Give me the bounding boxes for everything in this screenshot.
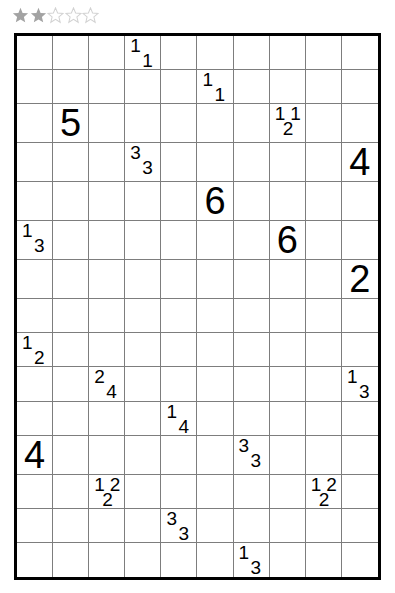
cell-r8c8[interactable]	[270, 299, 306, 333]
cell-r13c5[interactable]	[161, 475, 197, 509]
clue-digit: 1	[214, 85, 225, 105]
cell-r15c7[interactable]: 13	[234, 543, 270, 577]
clue-digit: 3	[251, 558, 262, 578]
cell-r1c4[interactable]: 11	[125, 36, 161, 70]
clue-digit: 2	[102, 490, 113, 510]
cell-r2c8[interactable]	[270, 70, 306, 104]
cell-r8c9[interactable]	[306, 299, 342, 333]
cell-r7c4[interactable]	[125, 260, 161, 299]
cell-r6c4[interactable]	[125, 221, 161, 260]
cell-r5c5[interactable]	[161, 182, 197, 221]
clue-digit: 4	[106, 382, 117, 402]
cell-r6c6[interactable]	[197, 221, 233, 260]
cell-r1c8[interactable]	[270, 36, 306, 70]
cell-r14c8[interactable]	[270, 509, 306, 543]
clue-digit: 6	[277, 221, 298, 259]
cell-r12c9[interactable]	[306, 436, 342, 475]
cell-r9c7[interactable]	[234, 333, 270, 367]
cell-r7c5[interactable]	[161, 260, 197, 299]
difficulty-rating	[12, 7, 100, 24]
cell-r4c1[interactable]	[17, 143, 53, 182]
cell-r7c1[interactable]	[17, 260, 53, 299]
cell-r14c3[interactable]	[89, 509, 125, 543]
cell-r1c6[interactable]	[197, 36, 233, 70]
star-empty-icon	[65, 7, 82, 24]
cell-r8c7[interactable]	[234, 299, 270, 333]
clue-digit: 3	[178, 524, 189, 544]
cell-r7c3[interactable]	[89, 260, 125, 299]
star-filled-icon	[12, 7, 29, 24]
cell-r14c7[interactable]	[234, 509, 270, 543]
cell-r14c9[interactable]	[306, 509, 342, 543]
cell-r9c9[interactable]	[306, 333, 342, 367]
clue-digit: 2	[34, 348, 45, 368]
cell-r11c1[interactable]	[17, 402, 53, 436]
cell-r2c6[interactable]: 11	[197, 70, 233, 104]
cell-r12c1[interactable]: 4	[17, 436, 53, 475]
cell-r11c2[interactable]	[53, 402, 89, 436]
cell-r4c3[interactable]	[89, 143, 125, 182]
cell-r9c6[interactable]	[197, 333, 233, 367]
cell-r1c9[interactable]	[306, 36, 342, 70]
cell-r14c4[interactable]	[125, 509, 161, 543]
cell-r3c7[interactable]	[234, 104, 270, 143]
cell-r15c8[interactable]	[270, 543, 306, 577]
cell-r12c3[interactable]	[89, 436, 125, 475]
cell-r1c1[interactable]	[17, 36, 53, 70]
clue-digit: 5	[60, 104, 81, 142]
star-empty-icon	[82, 7, 99, 24]
clue-digit: 1	[142, 51, 153, 71]
cell-r2c4[interactable]	[125, 70, 161, 104]
cell-r11c9[interactable]	[306, 402, 342, 436]
tapa-board: 1111511233461362122413144331221223313	[14, 33, 381, 580]
cell-r10c1[interactable]	[17, 367, 53, 401]
cell-r8c1[interactable]	[17, 299, 53, 333]
cell-r10c7[interactable]	[234, 367, 270, 401]
cell-r11c10[interactable]	[342, 402, 378, 436]
cell-r8c2[interactable]	[53, 299, 89, 333]
clue-digit: 1	[202, 70, 213, 90]
cell-r12c10[interactable]	[342, 436, 378, 475]
cell-r15c4[interactable]	[125, 543, 161, 577]
cell-r10c4[interactable]	[125, 367, 161, 401]
clue-digit: 3	[239, 436, 250, 456]
cell-r10c8[interactable]	[270, 367, 306, 401]
cell-r5c7[interactable]	[234, 182, 270, 221]
star-empty-icon	[47, 7, 64, 24]
cell-r5c8[interactable]	[270, 182, 306, 221]
cell-r2c2[interactable]	[53, 70, 89, 104]
star-filled-icon	[30, 7, 47, 24]
clue-digit: 3	[130, 143, 141, 163]
cell-r14c5[interactable]: 33	[161, 509, 197, 543]
cell-r12c7[interactable]: 33	[234, 436, 270, 475]
cell-r13c10[interactable]	[342, 475, 378, 509]
cell-r3c4[interactable]	[125, 104, 161, 143]
cell-r13c2[interactable]	[53, 475, 89, 509]
cell-r13c8[interactable]	[270, 475, 306, 509]
cell-r4c4[interactable]: 33	[125, 143, 161, 182]
cell-r8c3[interactable]	[89, 299, 125, 333]
cell-r4c6[interactable]	[197, 143, 233, 182]
cell-r10c9[interactable]	[306, 367, 342, 401]
cell-r11c5[interactable]: 14	[161, 402, 197, 436]
clue-digit: 3	[251, 451, 262, 471]
cell-r9c4[interactable]	[125, 333, 161, 367]
cell-r9c1[interactable]: 12	[17, 333, 53, 367]
cell-r1c2[interactable]	[53, 36, 89, 70]
cell-r15c9[interactable]	[306, 543, 342, 577]
cell-r7c7[interactable]	[234, 260, 270, 299]
clue-digit: 4	[349, 143, 370, 181]
cell-r10c2[interactable]	[53, 367, 89, 401]
cell-r3c5[interactable]	[161, 104, 197, 143]
cell-r15c3[interactable]	[89, 543, 125, 577]
cell-r3c1[interactable]	[17, 104, 53, 143]
cell-r7c10[interactable]: 2	[342, 260, 378, 299]
clue-digit: 1	[22, 221, 33, 241]
clue-digit: 1	[239, 543, 250, 563]
cell-r11c7[interactable]	[234, 402, 270, 436]
cell-r10c10[interactable]: 13	[342, 367, 378, 401]
cell-r2c10[interactable]	[342, 70, 378, 104]
cell-r8c4[interactable]	[125, 299, 161, 333]
cell-r9c10[interactable]	[342, 333, 378, 367]
cell-r11c8[interactable]	[270, 402, 306, 436]
cell-r8c5[interactable]	[161, 299, 197, 333]
cell-r5c1[interactable]	[17, 182, 53, 221]
cell-r2c1[interactable]	[17, 70, 53, 104]
cell-r3c9[interactable]	[306, 104, 342, 143]
cell-r4c7[interactable]	[234, 143, 270, 182]
cell-r13c3[interactable]: 122	[89, 475, 125, 509]
cell-r14c1[interactable]	[17, 509, 53, 543]
cell-r10c5[interactable]	[161, 367, 197, 401]
clue-digit: 4	[24, 436, 45, 474]
cell-r10c6[interactable]	[197, 367, 233, 401]
cell-r11c3[interactable]	[89, 402, 125, 436]
cell-r9c8[interactable]	[270, 333, 306, 367]
cell-r1c10[interactable]	[342, 36, 378, 70]
cell-r6c3[interactable]	[89, 221, 125, 260]
cell-r3c3[interactable]	[89, 104, 125, 143]
cell-r7c2[interactable]	[53, 260, 89, 299]
clue-digit: 2	[349, 260, 370, 298]
cell-r4c5[interactable]	[161, 143, 197, 182]
cell-r6c7[interactable]	[234, 221, 270, 260]
cell-r6c8[interactable]: 6	[270, 221, 306, 260]
cell-r6c10[interactable]	[342, 221, 378, 260]
cell-r11c6[interactable]	[197, 402, 233, 436]
cell-r5c9[interactable]	[306, 182, 342, 221]
cell-r13c4[interactable]	[125, 475, 161, 509]
cell-r5c6[interactable]: 6	[197, 182, 233, 221]
cell-r7c6[interactable]	[197, 260, 233, 299]
cell-r9c2[interactable]	[53, 333, 89, 367]
clue-digit: 3	[34, 236, 45, 256]
cell-r15c10[interactable]	[342, 543, 378, 577]
clue-digit: 6	[204, 182, 225, 220]
clue-digit: 3	[166, 509, 177, 529]
cell-r3c2[interactable]: 5	[53, 104, 89, 143]
cell-r3c10[interactable]	[342, 104, 378, 143]
cell-r12c8[interactable]	[270, 436, 306, 475]
cell-r12c5[interactable]	[161, 436, 197, 475]
cell-r12c6[interactable]	[197, 436, 233, 475]
cell-r11c4[interactable]	[125, 402, 161, 436]
cell-r14c2[interactable]	[53, 509, 89, 543]
cell-r2c9[interactable]	[306, 70, 342, 104]
cell-r5c10[interactable]	[342, 182, 378, 221]
cell-r3c8[interactable]: 112	[270, 104, 306, 143]
cell-r6c5[interactable]	[161, 221, 197, 260]
clue-digit: 1	[22, 333, 33, 353]
cell-r1c3[interactable]	[89, 36, 125, 70]
cell-r15c1[interactable]	[17, 543, 53, 577]
cell-r9c3[interactable]	[89, 333, 125, 367]
cell-r14c6[interactable]	[197, 509, 233, 543]
clue-digit: 2	[319, 490, 330, 510]
puzzle-page: { "game": "tapa", "difficulty": { "ratin…	[0, 0, 395, 593]
cell-r1c5[interactable]	[161, 36, 197, 70]
cell-r15c6[interactable]	[197, 543, 233, 577]
cell-r2c7[interactable]	[234, 70, 270, 104]
cell-r4c2[interactable]	[53, 143, 89, 182]
cell-r13c6[interactable]	[197, 475, 233, 509]
clue-digit: 2	[283, 119, 294, 139]
clue-digit: 1	[130, 36, 141, 56]
cell-r12c2[interactable]	[53, 436, 89, 475]
cell-r5c4[interactable]	[125, 182, 161, 221]
clue-digit: 1	[166, 402, 177, 422]
cell-r13c7[interactable]	[234, 475, 270, 509]
cell-r13c1[interactable]	[17, 475, 53, 509]
cell-r7c9[interactable]	[306, 260, 342, 299]
cell-r15c5[interactable]	[161, 543, 197, 577]
cell-r7c8[interactable]	[270, 260, 306, 299]
clue-digit: 3	[142, 158, 153, 178]
cell-r12c4[interactable]	[125, 436, 161, 475]
cell-r14c10[interactable]	[342, 509, 378, 543]
cell-r5c2[interactable]	[53, 182, 89, 221]
clue-digit: 1	[347, 367, 358, 387]
cell-r13c9[interactable]: 122	[306, 475, 342, 509]
cell-r15c2[interactable]	[53, 543, 89, 577]
cell-r4c8[interactable]	[270, 143, 306, 182]
cell-r6c1[interactable]: 13	[17, 221, 53, 260]
cell-r2c3[interactable]	[89, 70, 125, 104]
clue-digit: 2	[94, 367, 105, 387]
cell-r8c10[interactable]	[342, 299, 378, 333]
cell-r9c5[interactable]	[161, 333, 197, 367]
cell-r10c3[interactable]: 24	[89, 367, 125, 401]
cell-r6c9[interactable]	[306, 221, 342, 260]
cell-r2c5[interactable]	[161, 70, 197, 104]
cell-r3c6[interactable]	[197, 104, 233, 143]
cell-r5c3[interactable]	[89, 182, 125, 221]
cell-r6c2[interactable]	[53, 221, 89, 260]
cell-r1c7[interactable]	[234, 36, 270, 70]
cell-r8c6[interactable]	[197, 299, 233, 333]
clue-digit: 3	[359, 382, 370, 402]
cell-r4c9[interactable]	[306, 143, 342, 182]
cell-r4c10[interactable]: 4	[342, 143, 378, 182]
clue-digit: 4	[178, 417, 189, 437]
